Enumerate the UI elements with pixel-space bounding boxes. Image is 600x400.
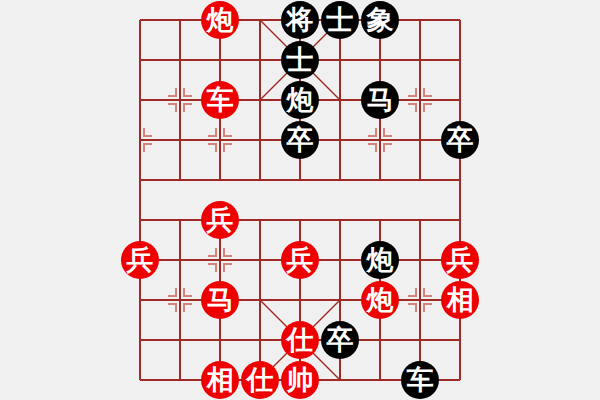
black-horse[interactable]: 马	[361, 81, 399, 119]
red-advisor[interactable]: 仕	[281, 321, 319, 359]
red-cannon[interactable]: 炮	[361, 281, 399, 319]
red-advisor[interactable]: 仕	[241, 361, 279, 399]
black-soldier[interactable]: 卒	[441, 121, 479, 159]
red-soldier[interactable]: 兵	[201, 201, 239, 239]
red-elephant[interactable]: 相	[201, 361, 239, 399]
xiangqi-app: 炮车兵兵兵兵马炮相仕相仕帅将士象士炮马卒卒炮卒车	[0, 0, 600, 400]
red-soldier[interactable]: 兵	[281, 241, 319, 279]
red-soldier[interactable]: 兵	[441, 241, 479, 279]
black-advisor[interactable]: 士	[281, 41, 319, 79]
black-soldier[interactable]: 卒	[321, 321, 359, 359]
red-elephant[interactable]: 相	[441, 281, 479, 319]
black-soldier[interactable]: 卒	[281, 121, 319, 159]
red-chariot[interactable]: 车	[201, 81, 239, 119]
black-advisor[interactable]: 士	[321, 1, 359, 39]
piece-layer: 炮车兵兵兵兵马炮相仕相仕帅将士象士炮马卒卒炮卒车	[120, 0, 480, 400]
black-cannon[interactable]: 炮	[281, 81, 319, 119]
black-elephant[interactable]: 象	[361, 1, 399, 39]
red-horse[interactable]: 马	[201, 281, 239, 319]
xiangqi-board: 炮车兵兵兵兵马炮相仕相仕帅将士象士炮马卒卒炮卒车	[140, 20, 460, 380]
black-chariot[interactable]: 车	[401, 361, 439, 399]
red-soldier[interactable]: 兵	[121, 241, 159, 279]
red-cannon[interactable]: 炮	[201, 1, 239, 39]
black-cannon[interactable]: 炮	[361, 241, 399, 279]
black-general[interactable]: 将	[281, 1, 319, 39]
red-general[interactable]: 帅	[281, 361, 319, 399]
